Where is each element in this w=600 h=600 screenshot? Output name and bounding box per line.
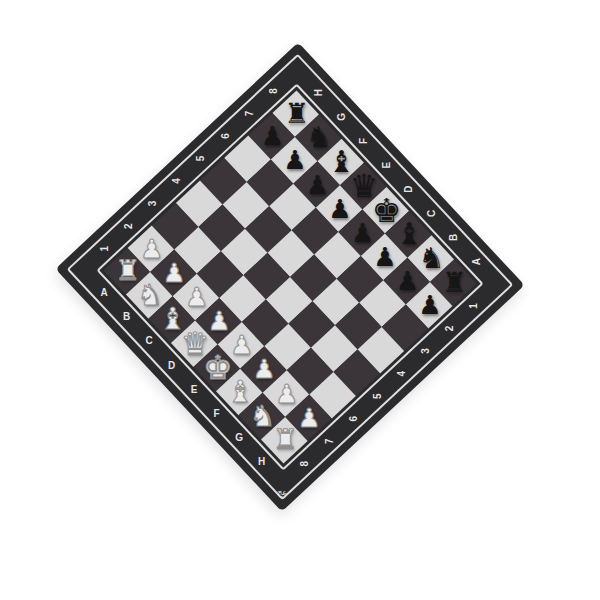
rank-label-right-1: 1 [470,303,480,309]
piece-black-pawn[interactable]: ♟ [261,123,284,149]
rank-label-right-7: 7 [325,438,335,444]
file-label-top-h: H [314,89,324,96]
piece-white-pawn[interactable]: ♟ [275,380,298,406]
piece-black-pawn[interactable]: ♟ [351,219,374,245]
piece-black-pawn[interactable]: ♟ [418,291,441,317]
file-label-bottom-a: A [100,288,107,298]
piece-white-pawn[interactable]: ♟ [185,283,208,309]
piece-black-pawn[interactable]: ♟ [306,171,329,197]
file-label-top-a: A [471,258,481,265]
file-label-top-d: D [404,185,414,192]
file-label-top-f: F [359,137,369,143]
chess-mat: ABCDEFGHHGFEDCBA1234567812345678 ♜♞♝♛♚♝♞… [55,42,524,511]
rank-label-right-3: 3 [421,348,431,354]
rank-label-left-4: 4 [173,178,183,184]
piece-white-pawn[interactable]: ♟ [163,259,186,285]
rank-label-left-1: 1 [100,245,110,251]
file-label-bottom-b: B [123,312,130,322]
rank-label-left-5: 5 [197,155,207,161]
piece-black-pawn[interactable]: ♟ [396,267,419,293]
file-label-top-c: C [426,209,436,216]
file-label-top-g: G [336,113,346,121]
rank-label-left-6: 6 [221,133,231,139]
photo-background: { "game": "chess", "position": "rnbqkbnr… [0,0,600,600]
piece-white-rook[interactable]: ♜ [273,425,298,453]
file-label-bottom-d: D [168,360,175,370]
piece-white-pawn[interactable]: ♟ [230,332,253,358]
rank-label-left-8: 8 [269,88,279,94]
rank-label-right-2: 2 [446,325,456,331]
rank-label-right-4: 4 [397,370,407,376]
rank-label-right-5: 5 [373,393,383,399]
rank-label-left-3: 3 [149,200,159,206]
rank-label-right-6: 6 [349,415,359,421]
file-label-top-b: B [449,233,459,240]
file-label-bottom-h: H [258,457,265,467]
file-label-bottom-c: C [145,336,152,346]
piece-black-pawn[interactable]: ♟ [373,243,396,269]
piece-white-pawn[interactable]: ♟ [253,356,276,382]
piece-white-pawn[interactable]: ♟ [298,404,321,430]
rank-label-left-7: 7 [245,110,255,116]
piece-black-rook[interactable]: ♜ [442,268,467,296]
piece-black-pawn[interactable]: ♟ [283,147,306,173]
piece-black-pawn[interactable]: ♟ [328,195,351,221]
rank-label-left-2: 2 [124,223,134,229]
file-label-bottom-e: E [190,384,197,394]
file-label-bottom-g: G [235,433,243,443]
piece-white-pawn[interactable]: ♟ [208,307,231,333]
corner-logo: عج [277,488,287,497]
file-label-bottom-f: F [213,408,219,418]
chess-board: ♜♞♝♛♚♝♞♜♟♟♟♟♟♟♟♟♟♟♟♟♟♟♟♟♜♞♝♛♚♝♞♜ [103,90,476,463]
file-label-top-e: E [381,161,391,168]
piece-white-pawn[interactable]: ♟ [140,235,163,261]
product-photo: ABCDEFGHHGFEDCBA1234567812345678 ♜♞♝♛♚♝♞… [0,0,600,600]
rank-label-right-8: 8 [301,460,311,466]
